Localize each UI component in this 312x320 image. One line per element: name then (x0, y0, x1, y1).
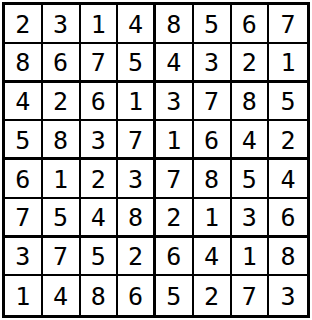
digit: 8 (166, 12, 181, 37)
digit: 8 (242, 89, 257, 114)
cell-r8c1[interactable]: 1 (5, 276, 43, 315)
digit: 1 (204, 205, 219, 230)
digit: 5 (166, 284, 181, 309)
cell-r7c8[interactable]: 8 (269, 238, 307, 277)
digit: 3 (91, 128, 106, 153)
cell-r5c6[interactable]: 8 (194, 160, 232, 199)
cell-r6c6[interactable]: 1 (194, 199, 232, 238)
cell-r6c7[interactable]: 3 (232, 199, 270, 238)
cell-r5c3[interactable]: 2 (81, 160, 119, 199)
digit: 2 (242, 50, 257, 75)
cell-r2c8[interactable]: 1 (269, 44, 307, 83)
cell-r3c8[interactable]: 5 (269, 83, 307, 122)
digit: 6 (281, 205, 296, 230)
digit: 2 (91, 167, 106, 192)
digit: 2 (204, 284, 219, 309)
cell-r4c6[interactable]: 6 (194, 121, 232, 160)
digit: 8 (128, 205, 143, 230)
digit: 1 (15, 284, 30, 309)
cell-r8c7[interactable]: 7 (232, 276, 270, 315)
cell-r4c3[interactable]: 3 (81, 121, 119, 160)
digit: 6 (204, 128, 219, 153)
cell-r2c7[interactable]: 2 (232, 44, 270, 83)
digit: 1 (281, 50, 296, 75)
cell-r7c7[interactable]: 1 (232, 238, 270, 277)
digit: 4 (53, 284, 68, 309)
cell-r3c5[interactable]: 3 (156, 83, 194, 122)
cell-r8c3[interactable]: 8 (81, 276, 119, 315)
digit: 3 (128, 167, 143, 192)
cell-r7c3[interactable]: 5 (81, 238, 119, 277)
cell-r2c3[interactable]: 7 (81, 44, 119, 83)
digit: 3 (204, 50, 219, 75)
digit: 3 (15, 244, 30, 269)
digit: 8 (281, 244, 296, 269)
cell-r5c4[interactable]: 3 (118, 160, 156, 199)
digit: 2 (281, 128, 296, 153)
digit: 6 (15, 167, 30, 192)
cell-r3c7[interactable]: 8 (232, 83, 270, 122)
cell-r6c5[interactable]: 2 (156, 199, 194, 238)
cell-r7c2[interactable]: 7 (43, 238, 81, 277)
digit: 5 (53, 205, 68, 230)
digit: 8 (204, 167, 219, 192)
cell-r6c1[interactable]: 7 (5, 199, 43, 238)
digit: 5 (204, 12, 219, 37)
digit: 2 (128, 244, 143, 269)
digit: 4 (91, 205, 106, 230)
digit: 7 (91, 50, 106, 75)
cell-r1c7[interactable]: 6 (232, 5, 270, 44)
digit: 3 (242, 205, 257, 230)
digit: 5 (281, 89, 296, 114)
digit: 6 (91, 89, 106, 114)
cell-r3c3[interactable]: 6 (81, 83, 119, 122)
digit: 6 (128, 284, 143, 309)
cell-r1c4[interactable]: 4 (118, 5, 156, 44)
cell-r5c5[interactable]: 7 (156, 160, 194, 199)
digit: 2 (53, 89, 68, 114)
cell-r8c4[interactable]: 6 (118, 276, 156, 315)
cell-r6c2[interactable]: 5 (43, 199, 81, 238)
cell-r3c1[interactable]: 4 (5, 83, 43, 122)
digit: 8 (15, 50, 30, 75)
digit: 1 (128, 89, 143, 114)
digit: 8 (91, 284, 106, 309)
cell-r1c3[interactable]: 1 (81, 5, 119, 44)
digit: 6 (53, 50, 68, 75)
digit: 7 (281, 12, 296, 37)
digit: 6 (166, 244, 181, 269)
digit: 7 (242, 284, 257, 309)
cell-r5c7[interactable]: 5 (232, 160, 270, 199)
digit: 3 (53, 12, 68, 37)
cell-r8c8[interactable]: 3 (269, 276, 307, 315)
cell-r4c1[interactable]: 5 (5, 121, 43, 160)
digit: 4 (242, 128, 257, 153)
digit: 7 (166, 167, 181, 192)
digit: 7 (15, 205, 30, 230)
digit: 1 (53, 167, 68, 192)
digit: 3 (281, 284, 296, 309)
cell-r7c6[interactable]: 4 (194, 238, 232, 277)
cell-r8c2[interactable]: 4 (43, 276, 81, 315)
cell-r3c4[interactable]: 1 (118, 83, 156, 122)
cell-r1c1[interactable]: 2 (5, 5, 43, 44)
digit: 4 (281, 167, 296, 192)
sudoku-board: 2314856786754321426137855837164261237854… (2, 2, 310, 318)
digit: 1 (91, 12, 106, 37)
cell-r6c8[interactable]: 6 (269, 199, 307, 238)
cell-r5c8[interactable]: 4 (269, 160, 307, 199)
cell-r6c4[interactable]: 8 (118, 199, 156, 238)
digit: 2 (166, 205, 181, 230)
cell-r4c2[interactable]: 8 (43, 121, 81, 160)
digit: 3 (166, 89, 181, 114)
digit: 1 (166, 128, 181, 153)
cell-r2c6[interactable]: 3 (194, 44, 232, 83)
cell-r2c1[interactable]: 8 (5, 44, 43, 83)
cell-r1c6[interactable]: 5 (194, 5, 232, 44)
digit: 5 (91, 244, 106, 269)
digit: 4 (204, 244, 219, 269)
digit: 7 (128, 128, 143, 153)
digit: 5 (15, 128, 30, 153)
digit: 6 (242, 12, 257, 37)
cell-r7c1[interactable]: 3 (5, 238, 43, 277)
digit: 4 (166, 50, 181, 75)
cell-r2c2[interactable]: 6 (43, 44, 81, 83)
cell-r4c5[interactable]: 1 (156, 121, 194, 160)
digit: 4 (15, 89, 30, 114)
cell-r5c2[interactable]: 1 (43, 160, 81, 199)
cell-r6c3[interactable]: 4 (81, 199, 119, 238)
cell-r4c8[interactable]: 2 (269, 121, 307, 160)
cell-r4c4[interactable]: 7 (118, 121, 156, 160)
cell-r2c5[interactable]: 4 (156, 44, 194, 83)
cell-r7c5[interactable]: 6 (156, 238, 194, 277)
digit: 5 (242, 167, 257, 192)
cell-r7c4[interactable]: 2 (118, 238, 156, 277)
digit: 5 (128, 50, 143, 75)
digit: 4 (128, 12, 143, 37)
cell-r5c1[interactable]: 6 (5, 160, 43, 199)
cell-r1c5[interactable]: 8 (156, 5, 194, 44)
cell-r4c7[interactable]: 4 (232, 121, 270, 160)
digit: 2 (15, 12, 30, 37)
digit: 7 (53, 244, 68, 269)
cell-r8c6[interactable]: 2 (194, 276, 232, 315)
cell-r2c4[interactable]: 5 (118, 44, 156, 83)
digit: 7 (204, 89, 219, 114)
digit: 8 (53, 128, 68, 153)
cell-r3c2[interactable]: 2 (43, 83, 81, 122)
cell-r1c8[interactable]: 7 (269, 5, 307, 44)
cell-r3c6[interactable]: 7 (194, 83, 232, 122)
cell-r8c5[interactable]: 5 (156, 276, 194, 315)
cell-r1c2[interactable]: 3 (43, 5, 81, 44)
digit: 1 (242, 244, 257, 269)
